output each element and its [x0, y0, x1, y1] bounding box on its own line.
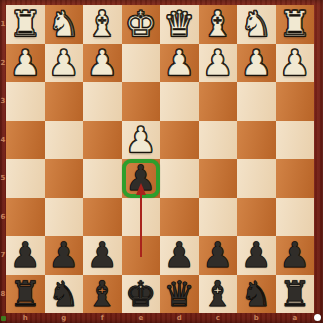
square-h5[interactable]	[6, 159, 45, 198]
piece-black-pawn[interactable]: ♟	[164, 236, 195, 275]
last-move-highlight	[122, 159, 161, 198]
square-d3[interactable]	[160, 82, 199, 121]
rank-label-1: 1	[0, 5, 6, 44]
square-e2[interactable]	[122, 44, 161, 83]
piece-black-rook[interactable]: ♜	[279, 275, 310, 314]
rank-label-2: 2	[0, 44, 6, 83]
square-g1[interactable]: ♞	[45, 5, 84, 44]
square-e8[interactable]: ♚	[122, 275, 161, 314]
square-f8[interactable]: ♝	[83, 275, 122, 314]
piece-white-pawn[interactable]: ♟	[48, 44, 79, 83]
square-c8[interactable]: ♝	[199, 275, 238, 314]
piece-white-pawn[interactable]: ♟	[10, 44, 41, 83]
square-h1[interactable]: ♜	[6, 5, 45, 44]
square-c5[interactable]	[199, 159, 238, 198]
square-e4[interactable]: ♟	[122, 121, 161, 160]
file-label-h: h	[6, 313, 45, 323]
square-g7[interactable]: ♟	[45, 236, 84, 275]
piece-black-rook[interactable]: ♜	[10, 275, 41, 314]
square-e7[interactable]	[122, 236, 161, 275]
square-g8[interactable]: ♞	[45, 275, 84, 314]
piece-black-pawn[interactable]: ♟	[241, 236, 272, 275]
square-g3[interactable]	[45, 82, 84, 121]
piece-white-knight[interactable]: ♞	[48, 5, 79, 44]
square-h7[interactable]: ♟	[6, 236, 45, 275]
piece-black-bishop[interactable]: ♝	[202, 275, 233, 314]
square-a2[interactable]: ♟	[276, 44, 315, 83]
square-f1[interactable]: ♝	[83, 5, 122, 44]
rank-label-5: 5	[0, 159, 6, 198]
piece-black-pawn[interactable]: ♟	[279, 236, 310, 275]
corner-status-dot	[1, 316, 6, 321]
square-a6[interactable]	[276, 198, 315, 237]
square-c1[interactable]: ♝	[199, 5, 238, 44]
file-label-e: e	[122, 313, 161, 323]
piece-black-pawn[interactable]: ♟	[10, 236, 41, 275]
square-a3[interactable]	[276, 82, 315, 121]
piece-white-rook[interactable]: ♜	[10, 5, 41, 44]
square-h4[interactable]	[6, 121, 45, 160]
square-e6[interactable]	[122, 198, 161, 237]
piece-white-pawn[interactable]: ♟	[241, 44, 272, 83]
square-d8[interactable]: ♛	[160, 275, 199, 314]
square-h3[interactable]	[6, 82, 45, 121]
square-a4[interactable]	[276, 121, 315, 160]
square-d6[interactable]	[160, 198, 199, 237]
square-d2[interactable]: ♟	[160, 44, 199, 83]
square-b5[interactable]	[237, 159, 276, 198]
piece-black-king[interactable]: ♚	[125, 275, 156, 314]
piece-black-pawn[interactable]: ♟	[48, 236, 79, 275]
square-e1[interactable]: ♚	[122, 5, 161, 44]
rank-label-8: 8	[0, 275, 6, 314]
square-b8[interactable]: ♞	[237, 275, 276, 314]
chess-board: ♜♞♝♚♛♝♞♜♟♟♟♟♟♟♟♟♟♟♟♟♟♟♟♟♜♞♝♚♛♝♞♜	[6, 5, 314, 313]
turn-indicator-white	[314, 314, 321, 321]
square-c7[interactable]: ♟	[199, 236, 238, 275]
square-f2[interactable]: ♟	[83, 44, 122, 83]
square-d4[interactable]	[160, 121, 199, 160]
piece-black-knight[interactable]: ♞	[48, 275, 79, 314]
square-f6[interactable]	[83, 198, 122, 237]
rank-label-3: 3	[0, 82, 6, 121]
piece-white-bishop[interactable]: ♝	[87, 5, 118, 44]
piece-white-knight[interactable]: ♞	[241, 5, 272, 44]
square-g2[interactable]: ♟	[45, 44, 84, 83]
square-g6[interactable]	[45, 198, 84, 237]
piece-white-pawn[interactable]: ♟	[202, 44, 233, 83]
piece-black-bishop[interactable]: ♝	[87, 275, 118, 314]
piece-white-queen[interactable]: ♛	[164, 5, 195, 44]
square-b3[interactable]	[237, 82, 276, 121]
square-d5[interactable]	[160, 159, 199, 198]
rank-label-6: 6	[0, 198, 6, 237]
file-label-f: f	[83, 313, 122, 323]
square-b2[interactable]: ♟	[237, 44, 276, 83]
piece-white-pawn[interactable]: ♟	[164, 44, 195, 83]
square-b6[interactable]	[237, 198, 276, 237]
piece-white-bishop[interactable]: ♝	[202, 5, 233, 44]
square-h6[interactable]	[6, 198, 45, 237]
piece-white-pawn[interactable]: ♟	[279, 44, 310, 83]
square-d7[interactable]: ♟	[160, 236, 199, 275]
square-e3[interactable]	[122, 82, 161, 121]
piece-white-pawn[interactable]: ♟	[125, 121, 156, 160]
square-b7[interactable]: ♟	[237, 236, 276, 275]
piece-white-rook[interactable]: ♜	[279, 5, 310, 44]
file-label-c: c	[199, 313, 238, 323]
square-c3[interactable]	[199, 82, 238, 121]
file-label-a: a	[276, 313, 315, 323]
square-b4[interactable]	[237, 121, 276, 160]
square-h2[interactable]: ♟	[6, 44, 45, 83]
square-h8[interactable]: ♜	[6, 275, 45, 314]
piece-black-pawn[interactable]: ♟	[202, 236, 233, 275]
square-a5[interactable]	[276, 159, 315, 198]
square-c6[interactable]	[199, 198, 238, 237]
square-b1[interactable]: ♞	[237, 5, 276, 44]
file-label-b: b	[237, 313, 276, 323]
rank-label-4: 4	[0, 121, 6, 160]
square-g5[interactable]	[45, 159, 84, 198]
piece-black-queen[interactable]: ♛	[164, 275, 195, 314]
chess-app: ♜♞♝♚♛♝♞♜♟♟♟♟♟♟♟♟♟♟♟♟♟♟♟♟♜♞♝♚♛♝♞♜ 1234567…	[0, 0, 323, 323]
square-f7[interactable]: ♟	[83, 236, 122, 275]
square-a1[interactable]: ♜	[276, 5, 315, 44]
piece-white-pawn[interactable]: ♟	[87, 44, 118, 83]
piece-white-king[interactable]: ♚	[125, 5, 156, 44]
square-c2[interactable]: ♟	[199, 44, 238, 83]
file-label-g: g	[45, 313, 84, 323]
rank-label-7: 7	[0, 236, 6, 275]
square-a7[interactable]: ♟	[276, 236, 315, 275]
square-g4[interactable]	[45, 121, 84, 160]
piece-black-pawn[interactable]: ♟	[87, 236, 118, 275]
square-f3[interactable]	[83, 82, 122, 121]
square-f5[interactable]	[83, 159, 122, 198]
square-d1[interactable]: ♛	[160, 5, 199, 44]
file-label-d: d	[160, 313, 199, 323]
piece-black-knight[interactable]: ♞	[241, 275, 272, 314]
square-f4[interactable]	[83, 121, 122, 160]
square-a8[interactable]: ♜	[276, 275, 315, 314]
square-c4[interactable]	[199, 121, 238, 160]
